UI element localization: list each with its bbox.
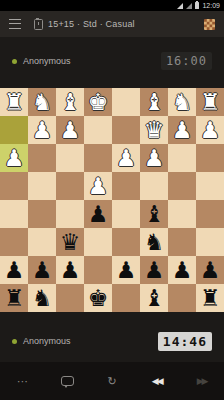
square-a6[interactable] bbox=[196, 228, 224, 256]
square-c3[interactable]: ♟ bbox=[140, 144, 168, 172]
signal-icon bbox=[186, 3, 192, 9]
square-d2[interactable] bbox=[112, 116, 140, 144]
square-a4[interactable] bbox=[196, 172, 224, 200]
square-e5[interactable]: ♟ bbox=[84, 200, 112, 228]
chess-board[interactable]: ♜♞♝♚♝♞♜♟♟♛♟♟♟♟♟♟♟♝♛♞♟♟♟♟♟♟♟♜♞♚♝♜ bbox=[0, 88, 224, 312]
cycle-arrows-icon: ↻ bbox=[107, 376, 116, 387]
black-king: ♚ bbox=[84, 284, 112, 312]
top-player-name: Anonymous bbox=[23, 56, 71, 66]
white-bishop: ♝ bbox=[56, 88, 84, 116]
bottom-player-clock: 14:46 bbox=[158, 332, 212, 351]
square-d3[interactable]: ♟ bbox=[112, 144, 140, 172]
square-a8[interactable]: ♜ bbox=[196, 284, 224, 312]
square-f2[interactable]: ♟ bbox=[56, 116, 84, 144]
square-g8[interactable]: ♞ bbox=[28, 284, 56, 312]
white-knight: ♞ bbox=[28, 88, 56, 116]
square-c8[interactable]: ♝ bbox=[140, 284, 168, 312]
chess-clock-icon bbox=[34, 19, 43, 30]
square-c2[interactable]: ♛ bbox=[140, 116, 168, 144]
bottom-toolbar: ⋯ ↻ ◀◀ ▶▶ bbox=[0, 362, 224, 400]
white-pawn: ♟ bbox=[84, 172, 112, 200]
square-f6[interactable]: ♛ bbox=[56, 228, 84, 256]
mini-board-icon[interactable] bbox=[204, 19, 215, 30]
square-c6[interactable]: ♞ bbox=[140, 228, 168, 256]
square-d8[interactable] bbox=[112, 284, 140, 312]
square-f1[interactable]: ♝ bbox=[56, 88, 84, 116]
black-pawn: ♟ bbox=[140, 256, 168, 284]
battery-icon bbox=[195, 2, 199, 9]
white-pawn: ♟ bbox=[168, 116, 196, 144]
square-b7[interactable]: ♟ bbox=[168, 256, 196, 284]
black-pawn: ♟ bbox=[56, 256, 84, 284]
square-b4[interactable] bbox=[168, 172, 196, 200]
online-dot bbox=[12, 339, 17, 344]
square-e7[interactable] bbox=[84, 256, 112, 284]
square-d7[interactable]: ♟ bbox=[112, 256, 140, 284]
more-options-icon: ⋯ bbox=[17, 376, 28, 387]
black-rook: ♜ bbox=[0, 284, 28, 312]
square-c7[interactable]: ♟ bbox=[140, 256, 168, 284]
chat-button[interactable] bbox=[45, 362, 90, 400]
status-bar: 12:09 bbox=[0, 0, 224, 11]
black-knight: ♞ bbox=[28, 284, 56, 312]
square-h1[interactable]: ♜ bbox=[0, 88, 28, 116]
square-e4[interactable]: ♟ bbox=[84, 172, 112, 200]
top-player-row: Anonymous 16:00 bbox=[0, 50, 224, 72]
white-pawn: ♟ bbox=[196, 116, 224, 144]
black-knight: ♞ bbox=[140, 228, 168, 256]
square-f4[interactable] bbox=[56, 172, 84, 200]
black-pawn: ♟ bbox=[112, 256, 140, 284]
white-rook: ♜ bbox=[0, 88, 28, 116]
square-a2[interactable]: ♟ bbox=[196, 116, 224, 144]
bottom-player-row: Anonymous 14:46 bbox=[0, 329, 224, 353]
square-e8[interactable]: ♚ bbox=[84, 284, 112, 312]
square-e3[interactable] bbox=[84, 144, 112, 172]
fast-forward-icon: ▶▶ bbox=[197, 377, 207, 386]
more-options-button[interactable]: ⋯ bbox=[0, 362, 45, 400]
square-c4[interactable] bbox=[140, 172, 168, 200]
square-c1[interactable]: ♝ bbox=[140, 88, 168, 116]
status-time: 12:09 bbox=[202, 2, 220, 9]
square-c5[interactable]: ♝ bbox=[140, 200, 168, 228]
square-g5[interactable] bbox=[28, 200, 56, 228]
fast-backward-icon: ◀◀ bbox=[152, 377, 162, 386]
fast-forward-button[interactable]: ▶▶ bbox=[179, 362, 224, 400]
white-queen: ♛ bbox=[140, 116, 168, 144]
square-b6[interactable] bbox=[168, 228, 196, 256]
app-root: 12:09 15+15 · Std · Casual Anonymous 16:… bbox=[0, 0, 224, 400]
white-pawn: ♟ bbox=[112, 144, 140, 172]
black-pawn: ♟ bbox=[196, 256, 224, 284]
square-d4[interactable] bbox=[112, 172, 140, 200]
bottom-player-name: Anonymous bbox=[23, 336, 71, 346]
square-e6[interactable] bbox=[84, 228, 112, 256]
square-h4[interactable] bbox=[0, 172, 28, 200]
square-b8[interactable] bbox=[168, 284, 196, 312]
square-h6[interactable] bbox=[0, 228, 28, 256]
square-e1[interactable]: ♚ bbox=[84, 88, 112, 116]
square-h2[interactable] bbox=[0, 116, 28, 144]
square-g3[interactable] bbox=[28, 144, 56, 172]
square-d6[interactable] bbox=[112, 228, 140, 256]
square-d5[interactable] bbox=[112, 200, 140, 228]
black-pawn: ♟ bbox=[28, 256, 56, 284]
square-g7[interactable]: ♟ bbox=[28, 256, 56, 284]
black-queen: ♛ bbox=[56, 228, 84, 256]
black-bishop: ♝ bbox=[140, 284, 168, 312]
square-h5[interactable] bbox=[0, 200, 28, 228]
square-b2[interactable]: ♟ bbox=[168, 116, 196, 144]
white-pawn: ♟ bbox=[140, 144, 168, 172]
white-king: ♚ bbox=[84, 88, 112, 116]
wifi-icon bbox=[177, 3, 183, 9]
square-b3[interactable] bbox=[168, 144, 196, 172]
square-f7[interactable]: ♟ bbox=[56, 256, 84, 284]
white-pawn: ♟ bbox=[0, 144, 28, 172]
white-bishop: ♝ bbox=[140, 88, 168, 116]
black-rook: ♜ bbox=[196, 284, 224, 312]
chat-bubble-icon bbox=[61, 376, 74, 386]
hamburger-menu-icon[interactable] bbox=[9, 19, 21, 29]
white-pawn: ♟ bbox=[56, 116, 84, 144]
black-pawn: ♟ bbox=[84, 200, 112, 228]
square-e2[interactable] bbox=[84, 116, 112, 144]
square-h3[interactable]: ♟ bbox=[0, 144, 28, 172]
square-f8[interactable] bbox=[56, 284, 84, 312]
square-g4[interactable] bbox=[28, 172, 56, 200]
square-d1[interactable] bbox=[112, 88, 140, 116]
black-pawn: ♟ bbox=[168, 256, 196, 284]
black-bishop: ♝ bbox=[140, 200, 168, 228]
black-pawn: ♟ bbox=[0, 256, 28, 284]
square-b5[interactable] bbox=[168, 200, 196, 228]
square-a7[interactable]: ♟ bbox=[196, 256, 224, 284]
square-g1[interactable]: ♞ bbox=[28, 88, 56, 116]
square-a5[interactable] bbox=[196, 200, 224, 228]
game-title: 15+15 · Std · Casual bbox=[48, 19, 135, 29]
top-player-clock: 16:00 bbox=[161, 52, 212, 70]
white-rook: ♜ bbox=[196, 88, 224, 116]
app-bar: 15+15 · Std · Casual bbox=[0, 11, 224, 37]
square-h7[interactable]: ♟ bbox=[0, 256, 28, 284]
square-g6[interactable] bbox=[28, 228, 56, 256]
square-h8[interactable]: ♜ bbox=[0, 284, 28, 312]
cycle-button[interactable]: ↻ bbox=[90, 362, 135, 400]
square-a3[interactable] bbox=[196, 144, 224, 172]
square-a1[interactable]: ♜ bbox=[196, 88, 224, 116]
square-g2[interactable]: ♟ bbox=[28, 116, 56, 144]
fast-backward-button[interactable]: ◀◀ bbox=[134, 362, 179, 400]
square-b1[interactable]: ♞ bbox=[168, 88, 196, 116]
online-dot bbox=[12, 59, 17, 64]
white-knight: ♞ bbox=[168, 88, 196, 116]
square-f3[interactable] bbox=[56, 144, 84, 172]
square-f5[interactable] bbox=[56, 200, 84, 228]
white-pawn: ♟ bbox=[28, 116, 56, 144]
